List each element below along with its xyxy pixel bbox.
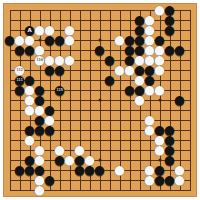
black-stone: ● — [45, 175, 55, 185]
white-stone: ● — [65, 55, 75, 65]
white-stone: ● — [65, 35, 75, 45]
black-stone: ● — [95, 165, 105, 175]
white-stone: ● — [115, 35, 125, 45]
star-point — [158, 98, 161, 101]
black-stone: ● — [15, 85, 25, 95]
black-stone: ● — [45, 65, 55, 75]
black-stone: ● — [85, 165, 95, 175]
black-stone: ● — [45, 35, 55, 45]
black-stone: ● — [15, 45, 25, 55]
star-point — [98, 98, 101, 101]
go-board[interactable]: ●●●●●●●●●●●●●●●●●●●●●●●●●●●●●●●●●●●●●●●●… — [3, 3, 197, 197]
white-stone: ● — [155, 85, 165, 95]
white-stone: ● — [115, 165, 125, 175]
black-stone: ● — [25, 45, 35, 55]
black-stone: ● — [165, 175, 175, 185]
white-stone: ● — [35, 25, 45, 35]
white-stone: ● — [155, 65, 165, 75]
black-stone: ● — [95, 45, 105, 55]
white-stone: ● — [145, 125, 155, 135]
white-stone: ● — [35, 185, 45, 195]
black-stone: ● — [175, 45, 185, 55]
black-stone: ● — [55, 155, 65, 165]
white-stone: ● — [35, 55, 45, 65]
white-stone: ● — [155, 145, 165, 155]
black-stone: ● — [25, 165, 35, 175]
black-stone: ● — [55, 35, 65, 45]
white-stone: ● — [115, 65, 125, 75]
black-stone: ● — [105, 55, 115, 65]
black-stone: ● — [55, 65, 65, 75]
black-stone: ● — [165, 25, 175, 35]
black-stone: ● — [125, 85, 135, 95]
white-stone: ● — [175, 175, 185, 185]
black-stone: ● — [175, 95, 185, 105]
white-stone: ● — [25, 105, 35, 115]
white-stone: ● — [145, 175, 155, 185]
black-stone: ● — [75, 165, 85, 175]
black-stone: ● — [5, 35, 15, 45]
white-stone: ● — [155, 5, 165, 15]
black-stone: ● — [165, 155, 175, 165]
black-stone: ● — [35, 125, 45, 135]
black-stone: ● — [105, 75, 115, 85]
black-stone: ● — [45, 125, 55, 135]
black-stone: ● — [15, 165, 25, 175]
white-stone: ● — [145, 85, 155, 95]
black-stone: ● — [55, 85, 65, 95]
white-stone: ● — [135, 95, 145, 105]
white-stone: ● — [25, 135, 35, 145]
board-grid-lines: ●●●●●●●●●●●●●●●●●●●●●●●●●●●●●●●●●●●●●●●●… — [10, 10, 191, 191]
white-stone: ● — [125, 65, 135, 75]
white-stone: ● — [65, 155, 75, 165]
go-board-frame: ●●●●●●●●●●●●●●●●●●●●●●●●●●●●●●●●●●●●●●●●… — [0, 0, 200, 200]
black-stone: ● — [165, 45, 175, 55]
black-stone: ● — [155, 175, 165, 185]
